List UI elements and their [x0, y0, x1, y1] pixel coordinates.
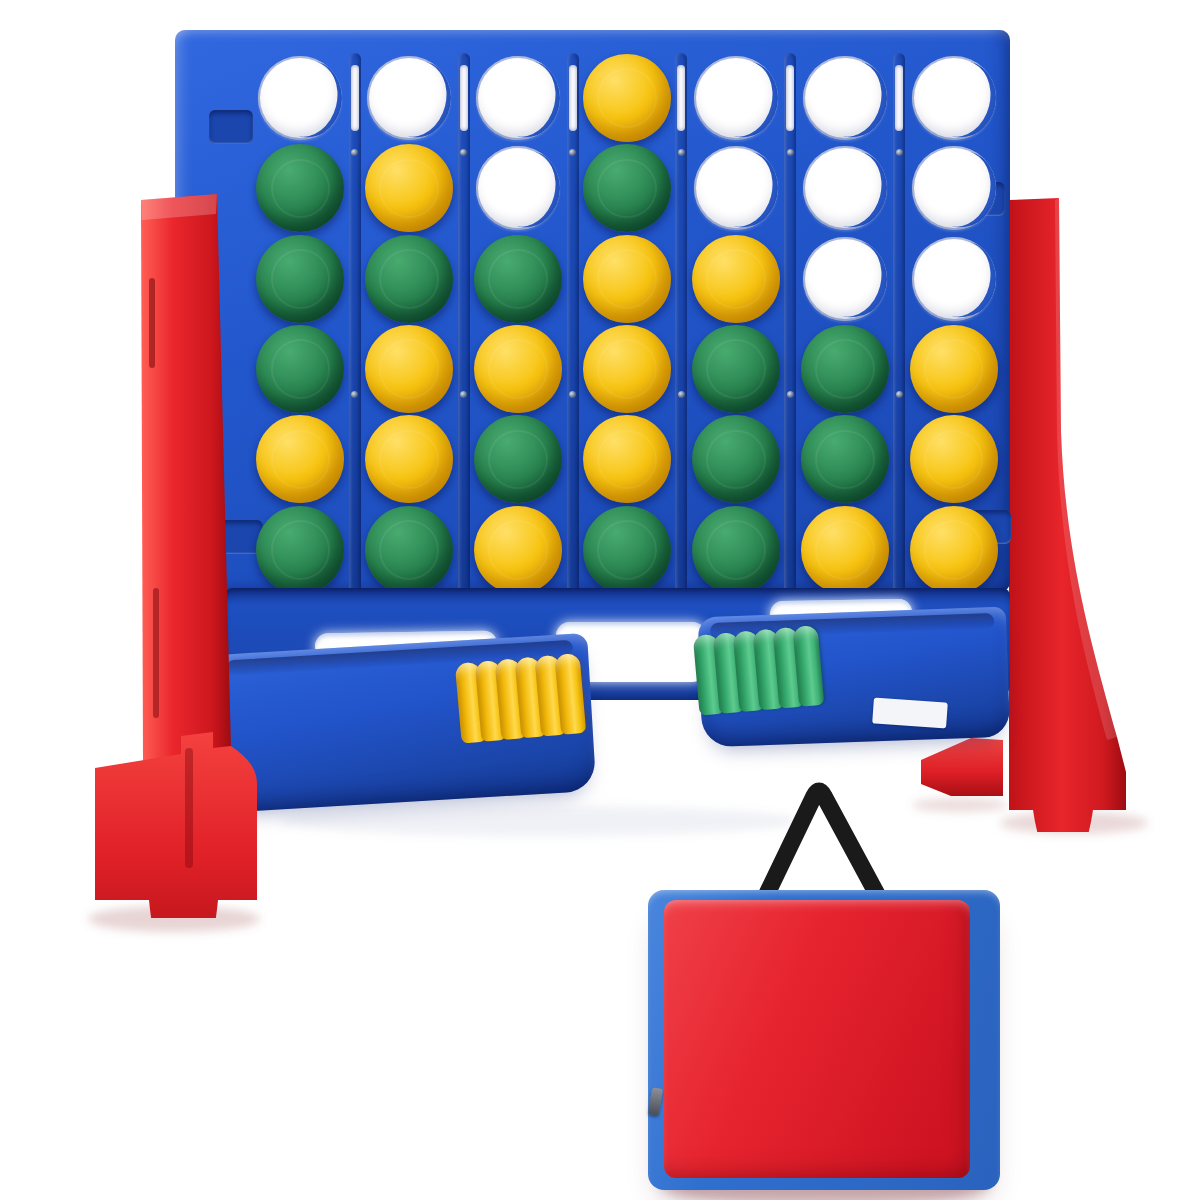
left-leg	[85, 188, 265, 918]
cell-r6c3	[464, 505, 573, 595]
disc-pocket	[912, 327, 996, 411]
bag-body	[648, 890, 1000, 1190]
right-leg	[1003, 192, 1138, 832]
disc-green	[474, 235, 562, 323]
cell-r2c5	[681, 143, 790, 233]
cell-r4c3	[464, 324, 573, 414]
cell-r4c4	[573, 324, 682, 414]
carry-bag	[638, 772, 1010, 1200]
empty-hole	[258, 56, 342, 140]
cell-r5c4	[573, 414, 682, 504]
cell-r1c1	[246, 53, 355, 143]
disc-pocket	[803, 417, 887, 501]
disc-yellow	[365, 144, 453, 232]
disc-yellow	[583, 54, 671, 142]
disc-green	[365, 235, 453, 323]
disc-pocket	[912, 508, 996, 592]
cell-r2c4	[573, 143, 682, 233]
cell-r5c6	[790, 414, 899, 504]
disc-yellow	[583, 325, 671, 413]
disc-pocket	[585, 327, 669, 411]
yellow-disc-stack	[460, 653, 587, 743]
empty-hole	[912, 237, 996, 321]
disc-green	[801, 325, 889, 413]
disc-green	[692, 506, 780, 594]
disc-pocket	[476, 237, 560, 321]
disc-yellow	[583, 415, 671, 503]
disc-pocket	[367, 237, 451, 321]
cell-r5c5	[681, 414, 790, 504]
disc-yellow	[801, 506, 889, 594]
disc-pocket	[258, 417, 342, 501]
disc-yellow	[910, 415, 998, 503]
cell-r3c4	[573, 234, 682, 324]
cell-r6c6	[790, 505, 899, 595]
cell-r5c2	[355, 414, 464, 504]
disc-green	[583, 144, 671, 232]
disc-pocket	[367, 417, 451, 501]
cell-r5c3	[464, 414, 573, 504]
disc-green	[474, 415, 562, 503]
game-stand	[0, 0, 1200, 1200]
cell-r4c7	[899, 324, 1008, 414]
cell-r1c6	[790, 53, 899, 143]
cell-r6c5	[681, 505, 790, 595]
empty-hole	[912, 56, 996, 140]
disc-pocket	[367, 327, 451, 411]
bag-zipper-pull	[648, 1087, 663, 1115]
disc-green	[692, 325, 780, 413]
disc-pocket	[694, 417, 778, 501]
empty-hole	[476, 56, 560, 140]
disc-pocket	[367, 508, 451, 592]
cell-r3c7	[899, 234, 1008, 324]
cell-r1c5	[681, 53, 790, 143]
disc-yellow	[474, 506, 562, 594]
disc-pocket	[803, 327, 887, 411]
green-disc-stack	[698, 625, 825, 715]
bag-front-panel	[664, 900, 970, 1178]
cell-r2c3	[464, 143, 573, 233]
disc-pocket	[585, 508, 669, 592]
cell-r4c2	[355, 324, 464, 414]
disc-pocket	[258, 146, 342, 230]
cell-r6c7	[899, 505, 1008, 595]
disc-green	[256, 506, 344, 594]
disc-green	[256, 235, 344, 323]
empty-hole	[803, 146, 887, 230]
disc-pocket	[694, 508, 778, 592]
disc-pocket	[258, 508, 342, 592]
cell-r6c4	[573, 505, 682, 595]
disc-pocket	[476, 417, 560, 501]
disc-pocket	[476, 327, 560, 411]
disc-pocket	[694, 237, 778, 321]
disc-pocket	[694, 327, 778, 411]
disc-yellow	[365, 325, 453, 413]
disc-pocket	[585, 237, 669, 321]
cell-r3c6	[790, 234, 899, 324]
disc-yellow	[583, 235, 671, 323]
board-grid	[246, 53, 1008, 595]
cell-r3c5	[681, 234, 790, 324]
empty-hole	[367, 56, 451, 140]
cell-r2c7	[899, 143, 1008, 233]
empty-hole	[912, 146, 996, 230]
disc-pocket	[258, 327, 342, 411]
empty-hole	[803, 56, 887, 140]
empty-hole	[694, 146, 778, 230]
disc-yellow	[474, 325, 562, 413]
disc-yellow	[365, 415, 453, 503]
disc-pocket	[367, 146, 451, 230]
board	[175, 30, 1010, 592]
cell-r4c5	[681, 324, 790, 414]
cell-r1c7	[899, 53, 1008, 143]
disc-green	[365, 506, 453, 594]
disc-green	[256, 144, 344, 232]
empty-hole	[694, 56, 778, 140]
cell-r5c7	[899, 414, 1008, 504]
cell-r4c6	[790, 324, 899, 414]
disc-yellow	[692, 235, 780, 323]
disc-pocket	[912, 417, 996, 501]
cell-r3c3	[464, 234, 573, 324]
disc-green	[692, 415, 780, 503]
disc-pocket	[803, 508, 887, 592]
disc-green	[583, 506, 671, 594]
cell-r1c4	[573, 53, 682, 143]
cell-r2c2	[355, 143, 464, 233]
disc-yellow	[256, 415, 344, 503]
disc-pocket	[585, 146, 669, 230]
cell-r1c3	[464, 53, 573, 143]
cell-r2c6	[790, 143, 899, 233]
tray-label-sticker	[872, 697, 948, 728]
disc-yellow	[910, 506, 998, 594]
disc-pocket	[476, 508, 560, 592]
disc-pocket	[585, 56, 669, 140]
empty-hole	[476, 146, 560, 230]
disc-green	[256, 325, 344, 413]
disc-green	[801, 415, 889, 503]
cell-r6c2	[355, 505, 464, 595]
empty-hole	[803, 237, 887, 321]
cell-r3c2	[355, 234, 464, 324]
disc-pocket	[258, 237, 342, 321]
cell-r1c2	[355, 53, 464, 143]
disc-yellow	[910, 325, 998, 413]
product-photo-scene	[0, 0, 1200, 1200]
disc-pocket	[585, 417, 669, 501]
